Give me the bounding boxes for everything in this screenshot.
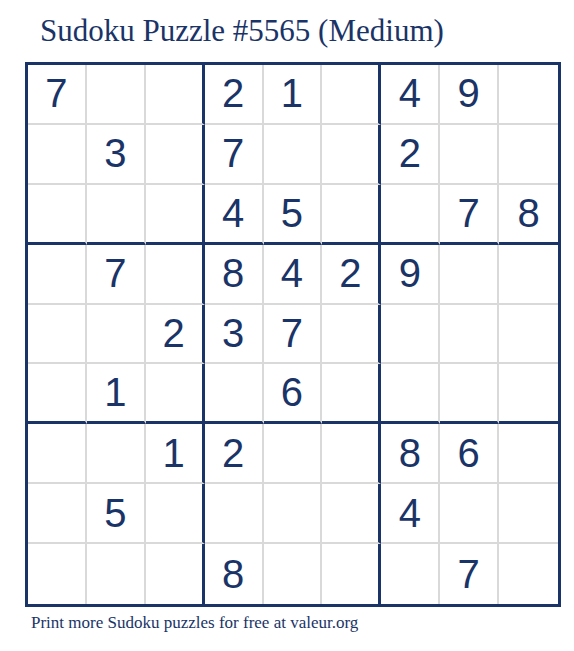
cell-r3c5[interactable]: 5: [264, 185, 323, 245]
cell-r5c5[interactable]: 7: [264, 305, 323, 365]
cell-r2c1[interactable]: [28, 125, 87, 185]
cell-r7c2[interactable]: [87, 424, 146, 484]
cell-r9c2[interactable]: [87, 544, 146, 604]
cell-r3c1[interactable]: [28, 185, 87, 245]
cell-r5c7[interactable]: [381, 305, 440, 365]
cell-r2c9[interactable]: [499, 125, 558, 185]
cell-r4c1[interactable]: [28, 245, 87, 305]
cell-r8c2[interactable]: 5: [87, 484, 146, 544]
footer-text: Print more Sudoku puzzles for free at va…: [31, 613, 358, 633]
cell-r5c2[interactable]: [87, 305, 146, 365]
cell-r7c4[interactable]: 2: [205, 424, 264, 484]
cell-r1c3[interactable]: [146, 65, 205, 125]
cell-r4c5[interactable]: 4: [264, 245, 323, 305]
cell-r1c8[interactable]: 9: [440, 65, 499, 125]
cell-r4c3[interactable]: [146, 245, 205, 305]
cell-r9c5[interactable]: [264, 544, 323, 604]
cell-r9c3[interactable]: [146, 544, 205, 604]
cell-r9c1[interactable]: [28, 544, 87, 604]
cell-r8c8[interactable]: [440, 484, 499, 544]
cell-r9c7[interactable]: [381, 544, 440, 604]
cell-r4c7[interactable]: 9: [381, 245, 440, 305]
cell-r5c4[interactable]: 3: [205, 305, 264, 365]
cell-r1c5[interactable]: 1: [264, 65, 323, 125]
cell-r6c7[interactable]: [381, 364, 440, 424]
cell-r1c2[interactable]: [87, 65, 146, 125]
cell-r4c2[interactable]: 7: [87, 245, 146, 305]
cell-r3c6[interactable]: [322, 185, 381, 245]
cell-r8c3[interactable]: [146, 484, 205, 544]
cell-r2c8[interactable]: [440, 125, 499, 185]
cell-r3c2[interactable]: [87, 185, 146, 245]
cell-r2c7[interactable]: 2: [381, 125, 440, 185]
cell-r2c4[interactable]: 7: [205, 125, 264, 185]
cell-r6c6[interactable]: [322, 364, 381, 424]
cell-r1c9[interactable]: [499, 65, 558, 125]
cell-r9c4[interactable]: 8: [205, 544, 264, 604]
cell-r4c8[interactable]: [440, 245, 499, 305]
cell-r4c4[interactable]: 8: [205, 245, 264, 305]
cell-r8c5[interactable]: [264, 484, 323, 544]
cell-r9c8[interactable]: 7: [440, 544, 499, 604]
cell-r7c3[interactable]: 1: [146, 424, 205, 484]
cell-r5c6[interactable]: [322, 305, 381, 365]
cell-r7c9[interactable]: [499, 424, 558, 484]
cell-r2c3[interactable]: [146, 125, 205, 185]
cell-r9c9[interactable]: [499, 544, 558, 604]
cell-r6c8[interactable]: [440, 364, 499, 424]
cell-r7c8[interactable]: 6: [440, 424, 499, 484]
cell-r3c4[interactable]: 4: [205, 185, 264, 245]
cell-r3c8[interactable]: 7: [440, 185, 499, 245]
cell-r3c7[interactable]: [381, 185, 440, 245]
cell-r6c4[interactable]: [205, 364, 264, 424]
cell-r6c2[interactable]: 1: [87, 364, 146, 424]
cell-r1c1[interactable]: 7: [28, 65, 87, 125]
cell-r3c3[interactable]: [146, 185, 205, 245]
cell-r6c1[interactable]: [28, 364, 87, 424]
cell-r2c5[interactable]: [264, 125, 323, 185]
cell-r5c9[interactable]: [499, 305, 558, 365]
cell-r6c9[interactable]: [499, 364, 558, 424]
cell-r7c7[interactable]: 8: [381, 424, 440, 484]
cell-r8c4[interactable]: [205, 484, 264, 544]
cell-r8c1[interactable]: [28, 484, 87, 544]
cell-r1c6[interactable]: [322, 65, 381, 125]
cell-r2c6[interactable]: [322, 125, 381, 185]
cell-r5c1[interactable]: [28, 305, 87, 365]
sudoku-grid: 721493724578784292371612865487: [25, 62, 561, 607]
cell-r5c3[interactable]: 2: [146, 305, 205, 365]
cell-r1c4[interactable]: 2: [205, 65, 264, 125]
cell-r2c2[interactable]: 3: [87, 125, 146, 185]
cell-r4c9[interactable]: [499, 245, 558, 305]
cell-r8c7[interactable]: 4: [381, 484, 440, 544]
cell-r6c5[interactable]: 6: [264, 364, 323, 424]
cell-r8c9[interactable]: [499, 484, 558, 544]
cell-r7c6[interactable]: [322, 424, 381, 484]
cell-r5c8[interactable]: [440, 305, 499, 365]
page-title: Sudoku Puzzle #5565 (Medium): [40, 13, 444, 49]
cell-r8c6[interactable]: [322, 484, 381, 544]
cell-r3c9[interactable]: 8: [499, 185, 558, 245]
sudoku-page: Sudoku Puzzle #5565 (Medium) 72149372457…: [0, 0, 574, 651]
cell-r7c5[interactable]: [264, 424, 323, 484]
cell-r7c1[interactable]: [28, 424, 87, 484]
cell-r9c6[interactable]: [322, 544, 381, 604]
cell-r6c3[interactable]: [146, 364, 205, 424]
cell-r1c7[interactable]: 4: [381, 65, 440, 125]
cell-r4c6[interactable]: 2: [322, 245, 381, 305]
